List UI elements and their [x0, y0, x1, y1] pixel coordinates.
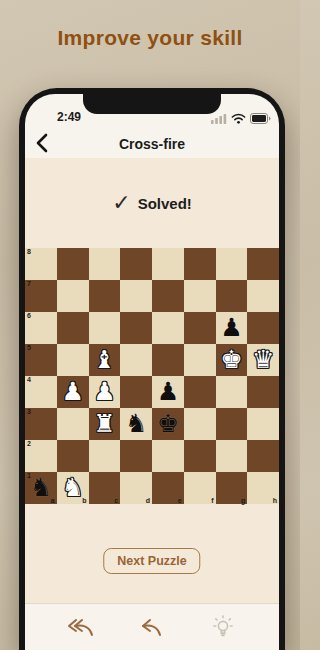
- piece-black-pawn[interactable]: ♟: [220, 312, 242, 344]
- file-label-a: a: [51, 497, 55, 504]
- puzzle-title: Cross-fire: [119, 136, 185, 152]
- square-a4[interactable]: 4: [25, 376, 57, 408]
- square-f8[interactable]: [184, 248, 216, 280]
- file-label-e: e: [178, 497, 182, 504]
- square-a3[interactable]: 3: [25, 408, 57, 440]
- piece-black-pawn[interactable]: ♟: [157, 376, 179, 408]
- phone-notch: [83, 94, 221, 114]
- square-a5[interactable]: 5: [25, 344, 57, 376]
- piece-white-queen[interactable]: ♛: [252, 344, 274, 376]
- square-c5[interactable]: ♝: [89, 344, 121, 376]
- file-label-c: c: [114, 497, 118, 504]
- square-g3[interactable]: [216, 408, 248, 440]
- piece-white-knight[interactable]: ♞: [61, 472, 83, 504]
- hint-lightbulb-icon[interactable]: [208, 614, 238, 640]
- square-e2[interactable]: [152, 440, 184, 472]
- chess-board: 876♟5♝♚♛4♟♟♟3♜♞♚21a♞b♞cdefgh: [25, 248, 279, 504]
- square-e1[interactable]: e: [152, 472, 184, 504]
- piece-black-knight[interactable]: ♞: [125, 408, 147, 440]
- file-label-f: f: [211, 497, 213, 504]
- square-e5[interactable]: [152, 344, 184, 376]
- piece-white-king[interactable]: ♚: [220, 344, 242, 376]
- square-c3[interactable]: ♜: [89, 408, 121, 440]
- nav-bar: Cross-fire: [25, 130, 279, 158]
- square-e8[interactable]: [152, 248, 184, 280]
- battery-icon: [250, 113, 271, 124]
- rank-label-2: 2: [27, 440, 31, 447]
- square-f4[interactable]: [184, 376, 216, 408]
- solved-status: ✓ Solved!: [25, 192, 279, 214]
- square-g5[interactable]: ♚: [216, 344, 248, 376]
- square-h6[interactable]: [247, 312, 279, 344]
- marketing-headline: Improve your skill: [0, 26, 300, 50]
- square-a7[interactable]: 7: [25, 280, 57, 312]
- square-d4[interactable]: [120, 376, 152, 408]
- rank-label-1: 1: [27, 472, 31, 479]
- file-label-h: h: [273, 497, 277, 504]
- cellular-signal-icon: [211, 113, 227, 124]
- square-d1[interactable]: d: [120, 472, 152, 504]
- square-d8[interactable]: [120, 248, 152, 280]
- wifi-icon: [231, 113, 246, 124]
- rank-label-4: 4: [27, 376, 31, 383]
- square-c6[interactable]: [89, 312, 121, 344]
- square-f6[interactable]: [184, 312, 216, 344]
- undo-icon[interactable]: [137, 614, 167, 640]
- square-b6[interactable]: [57, 312, 89, 344]
- square-g7[interactable]: [216, 280, 248, 312]
- square-h1[interactable]: h: [247, 472, 279, 504]
- square-b4[interactable]: ♟: [57, 376, 89, 408]
- phone-screen: 2:49: [25, 94, 279, 650]
- square-d5[interactable]: [120, 344, 152, 376]
- rank-label-3: 3: [27, 408, 31, 415]
- piece-white-rook[interactable]: ♜: [93, 408, 115, 440]
- bottom-toolbar: [25, 603, 279, 650]
- square-h4[interactable]: [247, 376, 279, 408]
- square-e6[interactable]: [152, 312, 184, 344]
- square-b2[interactable]: [57, 440, 89, 472]
- file-label-g: g: [241, 497, 245, 504]
- square-b7[interactable]: [57, 280, 89, 312]
- square-g8[interactable]: [216, 248, 248, 280]
- square-g2[interactable]: [216, 440, 248, 472]
- piece-white-pawn[interactable]: ♟: [61, 376, 83, 408]
- square-e4[interactable]: ♟: [152, 376, 184, 408]
- square-d3[interactable]: ♞: [120, 408, 152, 440]
- square-b3[interactable]: [57, 408, 89, 440]
- square-g6[interactable]: ♟: [216, 312, 248, 344]
- file-label-d: d: [146, 497, 150, 504]
- square-h5[interactable]: ♛: [247, 344, 279, 376]
- rank-label-6: 6: [27, 312, 31, 319]
- square-c1[interactable]: c: [89, 472, 121, 504]
- phone-frame: 2:49: [19, 88, 285, 650]
- square-d2[interactable]: [120, 440, 152, 472]
- square-h8[interactable]: [247, 248, 279, 280]
- square-f1[interactable]: f: [184, 472, 216, 504]
- square-b5[interactable]: [57, 344, 89, 376]
- square-g1[interactable]: g: [216, 472, 248, 504]
- square-a8[interactable]: 8: [25, 248, 57, 280]
- square-a2[interactable]: 2: [25, 440, 57, 472]
- check-icon: ✓: [112, 192, 130, 214]
- square-d6[interactable]: [120, 312, 152, 344]
- back-chevron-icon[interactable]: [33, 132, 53, 154]
- piece-white-bishop[interactable]: ♝: [93, 344, 115, 376]
- square-c4[interactable]: ♟: [89, 376, 121, 408]
- rank-label-5: 5: [27, 344, 31, 351]
- square-e3[interactable]: ♚: [152, 408, 184, 440]
- undo-all-icon[interactable]: [66, 614, 96, 640]
- square-c2[interactable]: [89, 440, 121, 472]
- piece-black-king[interactable]: ♚: [157, 408, 179, 440]
- piece-white-pawn[interactable]: ♟: [93, 376, 115, 408]
- square-h2[interactable]: [247, 440, 279, 472]
- square-c8[interactable]: [89, 248, 121, 280]
- content-area: ✓ Solved! 876♟5♝♚♛4♟♟♟3♜♞♚21a♞b♞cdefgh N…: [25, 158, 279, 650]
- square-b1[interactable]: b♞: [57, 472, 89, 504]
- piece-black-knight[interactable]: ♞: [30, 472, 52, 504]
- square-a6[interactable]: 6: [25, 312, 57, 344]
- square-b8[interactable]: [57, 248, 89, 280]
- square-d7[interactable]: [120, 280, 152, 312]
- status-time: 2:49: [57, 110, 81, 124]
- square-c7[interactable]: [89, 280, 121, 312]
- rank-label-8: 8: [27, 248, 31, 255]
- square-e7[interactable]: [152, 280, 184, 312]
- square-a1[interactable]: 1a♞: [25, 472, 57, 504]
- solved-label: Solved!: [138, 195, 192, 212]
- rank-label-7: 7: [27, 280, 31, 287]
- square-f5[interactable]: [184, 344, 216, 376]
- square-h3[interactable]: [247, 408, 279, 440]
- file-label-b: b: [82, 497, 86, 504]
- next-puzzle-button[interactable]: Next Puzzle: [103, 548, 200, 574]
- square-g4[interactable]: [216, 376, 248, 408]
- square-f2[interactable]: [184, 440, 216, 472]
- square-h7[interactable]: [247, 280, 279, 312]
- square-f7[interactable]: [184, 280, 216, 312]
- square-f3[interactable]: [184, 408, 216, 440]
